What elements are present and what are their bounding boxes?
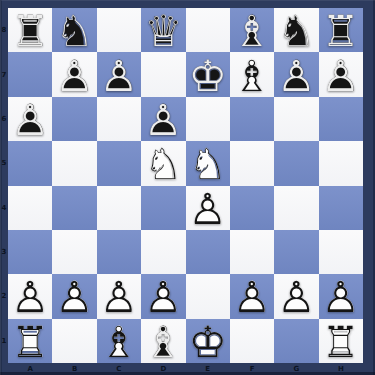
piece-white-rook[interactable]: ♜♖ <box>319 319 363 363</box>
square-b2[interactable]: ♟♙ <box>52 274 96 318</box>
square-f2[interactable]: ♟♙ <box>230 274 274 318</box>
piece-black-king[interactable]: ♚♔ <box>186 52 230 96</box>
piece-black-pawn[interactable]: ♟♙ <box>319 52 363 96</box>
square-d5[interactable]: ♞♘ <box>141 141 185 185</box>
pawn-glyph-outline: ♙ <box>97 275 141 319</box>
rank-label-3: 3 <box>0 230 8 274</box>
square-h1[interactable]: ♜♖ <box>319 319 363 363</box>
square-g7[interactable]: ♟♙ <box>274 52 318 96</box>
pawn-glyph-outline: ♙ <box>52 275 96 319</box>
piece-white-knight[interactable]: ♞♘ <box>141 141 185 185</box>
square-f4[interactable] <box>230 186 274 230</box>
square-b3[interactable] <box>52 230 96 274</box>
piece-white-pawn[interactable]: ♟♙ <box>97 274 141 318</box>
square-g3[interactable] <box>274 230 318 274</box>
square-b6[interactable] <box>52 97 96 141</box>
square-e7[interactable]: ♚♔ <box>186 52 230 96</box>
rank-label-8: 8 <box>0 8 8 52</box>
piece-white-pawn[interactable]: ♟♙ <box>230 274 274 318</box>
square-d6[interactable]: ♟♙ <box>141 97 185 141</box>
square-f6[interactable] <box>230 97 274 141</box>
piece-black-bishop[interactable]: ♝♗ <box>141 319 185 363</box>
square-e6[interactable] <box>186 97 230 141</box>
pawn-glyph-outline: ♙ <box>186 187 230 231</box>
king-glyph-outline: ♔ <box>186 320 230 364</box>
rank-label-2: 2 <box>0 274 8 318</box>
piece-black-pawn[interactable]: ♟♙ <box>52 52 96 96</box>
file-label-b: B <box>52 363 96 375</box>
square-e4[interactable]: ♟♙ <box>186 186 230 230</box>
square-f7[interactable]: ♝♗ <box>230 52 274 96</box>
square-b7[interactable]: ♟♙ <box>52 52 96 96</box>
piece-black-knight[interactable]: ♞♘ <box>274 8 318 52</box>
piece-black-pawn[interactable]: ♟♙ <box>8 97 52 141</box>
file-label-c: C <box>97 363 141 375</box>
knight-glyph-outline: ♘ <box>186 142 230 186</box>
square-c4[interactable] <box>97 186 141 230</box>
piece-black-pawn[interactable]: ♟♙ <box>141 97 185 141</box>
square-c8[interactable] <box>97 8 141 52</box>
square-d7[interactable] <box>141 52 185 96</box>
bishop-glyph-outline: ♗ <box>97 320 141 364</box>
square-a2[interactable]: ♟♙ <box>8 274 52 318</box>
piece-white-bishop[interactable]: ♝♗ <box>230 52 274 96</box>
square-a3[interactable] <box>8 230 52 274</box>
piece-white-pawn[interactable]: ♟♙ <box>186 186 230 230</box>
rank-label-6: 6 <box>0 97 8 141</box>
rook-glyph-outline: ♖ <box>319 320 363 364</box>
square-c2[interactable]: ♟♙ <box>97 274 141 318</box>
pawn-glyph-outline: ♙ <box>8 98 52 142</box>
square-h3[interactable] <box>319 230 363 274</box>
queen-glyph-outline: ♕ <box>141 9 185 53</box>
bishop-glyph-outline: ♗ <box>230 53 274 97</box>
square-f5[interactable] <box>230 141 274 185</box>
square-g6[interactable] <box>274 97 318 141</box>
piece-black-bishop[interactable]: ♝♗ <box>230 8 274 52</box>
bishop-glyph-outline: ♗ <box>230 9 274 53</box>
square-b1[interactable] <box>52 319 96 363</box>
square-c1[interactable]: ♝♗ <box>97 319 141 363</box>
file-label-e: E <box>186 363 230 375</box>
piece-white-pawn[interactable]: ♟♙ <box>8 274 52 318</box>
square-a6[interactable]: ♟♙ <box>8 97 52 141</box>
file-label-h: H <box>319 363 363 375</box>
board-frame: ♜♖♞♘♛♕♝♗♞♘♜♖♟♙♟♙♚♔♝♗♟♙♟♙♟♙♟♙♞♘♞♘♟♙♟♙♟♙♟♙… <box>0 0 375 375</box>
piece-black-queen[interactable]: ♛♕ <box>141 8 185 52</box>
square-e3[interactable] <box>186 230 230 274</box>
square-c5[interactable] <box>97 141 141 185</box>
square-e8[interactable] <box>186 8 230 52</box>
piece-black-rook[interactable]: ♜♖ <box>319 8 363 52</box>
square-d3[interactable] <box>141 230 185 274</box>
bishop-glyph-outline: ♗ <box>141 320 185 364</box>
square-d1[interactable]: ♝♗ <box>141 319 185 363</box>
square-g5[interactable] <box>274 141 318 185</box>
pawn-glyph-outline: ♙ <box>319 275 363 319</box>
pawn-glyph-outline: ♙ <box>319 53 363 97</box>
pawn-glyph-outline: ♙ <box>230 275 274 319</box>
file-label-g: G <box>274 363 318 375</box>
square-d4[interactable] <box>141 186 185 230</box>
square-d8[interactable]: ♛♕ <box>141 8 185 52</box>
pawn-glyph-outline: ♙ <box>52 53 96 97</box>
rook-glyph-outline: ♖ <box>8 9 52 53</box>
square-a1[interactable]: ♜♖ <box>8 319 52 363</box>
file-label-a: A <box>8 363 52 375</box>
knight-glyph-outline: ♘ <box>52 9 96 53</box>
square-b8[interactable]: ♞♘ <box>52 8 96 52</box>
king-glyph-outline: ♔ <box>186 53 230 97</box>
square-b5[interactable] <box>52 141 96 185</box>
square-f8[interactable]: ♝♗ <box>230 8 274 52</box>
pawn-glyph-outline: ♙ <box>8 275 52 319</box>
knight-glyph-outline: ♘ <box>141 142 185 186</box>
rook-glyph-outline: ♖ <box>319 9 363 53</box>
square-e2[interactable] <box>186 274 230 318</box>
pawn-glyph-outline: ♙ <box>274 275 318 319</box>
piece-white-pawn[interactable]: ♟♙ <box>141 274 185 318</box>
square-a7[interactable] <box>8 52 52 96</box>
square-h7[interactable]: ♟♙ <box>319 52 363 96</box>
square-g4[interactable] <box>274 186 318 230</box>
piece-black-pawn[interactable]: ♟♙ <box>97 52 141 96</box>
piece-white-rook[interactable]: ♜♖ <box>8 319 52 363</box>
square-g1[interactable] <box>274 319 318 363</box>
pawn-glyph-outline: ♙ <box>141 98 185 142</box>
square-a5[interactable] <box>8 141 52 185</box>
square-g8[interactable]: ♞♘ <box>274 8 318 52</box>
piece-white-pawn[interactable]: ♟♙ <box>274 274 318 318</box>
rank-label-5: 5 <box>0 141 8 185</box>
square-h6[interactable] <box>319 97 363 141</box>
piece-black-knight[interactable]: ♞♘ <box>52 8 96 52</box>
rook-glyph-outline: ♖ <box>8 320 52 364</box>
pawn-glyph-outline: ♙ <box>274 53 318 97</box>
rank-label-4: 4 <box>0 186 8 230</box>
square-h2[interactable]: ♟♙ <box>319 274 363 318</box>
piece-white-king[interactable]: ♚♔ <box>186 319 230 363</box>
square-e5[interactable]: ♞♘ <box>186 141 230 185</box>
square-h4[interactable] <box>319 186 363 230</box>
chess-board: ♜♖♞♘♛♕♝♗♞♘♜♖♟♙♟♙♚♔♝♗♟♙♟♙♟♙♟♙♞♘♞♘♟♙♟♙♟♙♟♙… <box>8 8 363 363</box>
square-h5[interactable] <box>319 141 363 185</box>
piece-black-rook[interactable]: ♜♖ <box>8 8 52 52</box>
square-b4[interactable] <box>52 186 96 230</box>
square-a8[interactable]: ♜♖ <box>8 8 52 52</box>
piece-white-pawn[interactable]: ♟♙ <box>319 274 363 318</box>
square-e1[interactable]: ♚♔ <box>186 319 230 363</box>
square-g2[interactable]: ♟♙ <box>274 274 318 318</box>
square-c7[interactable]: ♟♙ <box>97 52 141 96</box>
rank-label-1: 1 <box>0 319 8 363</box>
rank-label-7: 7 <box>0 52 8 96</box>
pawn-glyph-outline: ♙ <box>141 275 185 319</box>
square-c3[interactable] <box>97 230 141 274</box>
square-c6[interactable] <box>97 97 141 141</box>
square-h8[interactable]: ♜♖ <box>319 8 363 52</box>
piece-white-bishop[interactable]: ♝♗ <box>97 319 141 363</box>
square-d2[interactable]: ♟♙ <box>141 274 185 318</box>
piece-black-pawn[interactable]: ♟♙ <box>274 52 318 96</box>
file-label-d: D <box>141 363 185 375</box>
pawn-glyph-outline: ♙ <box>97 53 141 97</box>
piece-white-pawn[interactable]: ♟♙ <box>52 274 96 318</box>
knight-glyph-outline: ♘ <box>274 9 318 53</box>
square-a4[interactable] <box>8 186 52 230</box>
file-label-f: F <box>230 363 274 375</box>
piece-white-knight[interactable]: ♞♘ <box>186 141 230 185</box>
square-f1[interactable] <box>230 319 274 363</box>
square-f3[interactable] <box>230 230 274 274</box>
